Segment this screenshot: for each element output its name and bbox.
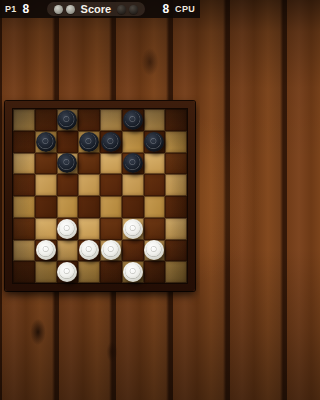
board-square[interactable] <box>35 218 57 240</box>
board-grid <box>13 109 187 283</box>
white-piece[interactable] <box>57 219 77 239</box>
white-piece[interactable] <box>123 219 143 239</box>
white-piece[interactable] <box>36 240 56 260</box>
white-piece[interactable] <box>79 240 99 260</box>
board-square[interactable] <box>100 196 122 218</box>
score-label: Score <box>81 3 112 15</box>
board-square[interactable] <box>100 261 122 283</box>
white-checker-icon <box>66 5 75 14</box>
black-checker-icon <box>129 5 138 14</box>
board-square[interactable] <box>35 109 57 131</box>
p1-score: 8 <box>23 2 30 16</box>
board-square[interactable] <box>122 174 144 196</box>
board-square[interactable] <box>57 153 79 175</box>
app-background: { "game": "checkers", "title_bar": { "le… <box>0 0 200 400</box>
black-piece[interactable] <box>144 132 164 152</box>
black-piece[interactable] <box>36 132 56 152</box>
cpu-score: 8 <box>162 2 169 16</box>
board-square[interactable] <box>35 131 57 153</box>
board-square[interactable] <box>100 131 122 153</box>
board-square[interactable] <box>100 218 122 240</box>
board-square[interactable] <box>78 196 100 218</box>
board-square[interactable] <box>57 240 79 262</box>
white-piece[interactable] <box>101 240 121 260</box>
cpu-score-group: 8 CPU <box>162 2 195 16</box>
board-square[interactable] <box>144 218 166 240</box>
checkers-board <box>5 101 195 291</box>
board-square[interactable] <box>144 131 166 153</box>
board-square[interactable] <box>122 218 144 240</box>
board-square[interactable] <box>100 174 122 196</box>
board-square[interactable] <box>57 196 79 218</box>
board-square[interactable] <box>35 261 57 283</box>
board-square[interactable] <box>100 109 122 131</box>
black-piece[interactable] <box>123 110 143 130</box>
board-square[interactable] <box>122 261 144 283</box>
board-square[interactable] <box>165 174 187 196</box>
black-checker-icon <box>117 5 126 14</box>
black-piece[interactable] <box>123 153 143 173</box>
board-square[interactable] <box>78 174 100 196</box>
board-square[interactable] <box>35 240 57 262</box>
board-square[interactable] <box>144 109 166 131</box>
board-square[interactable] <box>165 109 187 131</box>
board-square[interactable] <box>100 153 122 175</box>
cpu-label: CPU <box>175 4 195 14</box>
board-square[interactable] <box>78 261 100 283</box>
board-square[interactable] <box>78 153 100 175</box>
board-square[interactable] <box>144 174 166 196</box>
board-square[interactable] <box>144 196 166 218</box>
board-square[interactable] <box>144 261 166 283</box>
white-piece[interactable] <box>57 262 77 282</box>
board-square[interactable] <box>35 196 57 218</box>
p1-score-group: P1 8 <box>5 2 29 16</box>
board-square[interactable] <box>122 109 144 131</box>
board-square[interactable] <box>122 240 144 262</box>
board-square[interactable] <box>57 261 79 283</box>
board-square[interactable] <box>13 153 35 175</box>
board-square[interactable] <box>13 196 35 218</box>
board-square[interactable] <box>78 240 100 262</box>
board-square[interactable] <box>13 218 35 240</box>
board-square[interactable] <box>13 261 35 283</box>
black-piece[interactable] <box>57 110 77 130</box>
board-square[interactable] <box>57 131 79 153</box>
board-square[interactable] <box>122 153 144 175</box>
board-square[interactable] <box>165 261 187 283</box>
p1-label: P1 <box>5 4 17 14</box>
board-square[interactable] <box>78 109 100 131</box>
score-pill: Score <box>47 2 146 16</box>
black-piece[interactable] <box>101 132 121 152</box>
board-square[interactable] <box>35 174 57 196</box>
board-square[interactable] <box>35 153 57 175</box>
board-square[interactable] <box>122 131 144 153</box>
board-square[interactable] <box>122 196 144 218</box>
board-square[interactable] <box>57 109 79 131</box>
board-square[interactable] <box>165 218 187 240</box>
board-square[interactable] <box>78 218 100 240</box>
board-square[interactable] <box>13 131 35 153</box>
white-piece[interactable] <box>123 262 143 282</box>
board-square[interactable] <box>57 218 79 240</box>
board-square[interactable] <box>13 109 35 131</box>
white-piece[interactable] <box>144 240 164 260</box>
board-square[interactable] <box>165 240 187 262</box>
black-piece[interactable] <box>57 153 77 173</box>
board-square[interactable] <box>13 174 35 196</box>
white-checker-icon <box>54 5 63 14</box>
board-square[interactable] <box>165 153 187 175</box>
board-square[interactable] <box>165 196 187 218</box>
board-square[interactable] <box>144 240 166 262</box>
board-square[interactable] <box>78 131 100 153</box>
board-square[interactable] <box>13 240 35 262</box>
black-piece[interactable] <box>79 132 99 152</box>
score-bar: P1 8 Score 8 CPU <box>0 0 200 18</box>
board-square[interactable] <box>165 131 187 153</box>
board-square[interactable] <box>57 174 79 196</box>
board-square[interactable] <box>144 153 166 175</box>
board-square[interactable] <box>100 240 122 262</box>
